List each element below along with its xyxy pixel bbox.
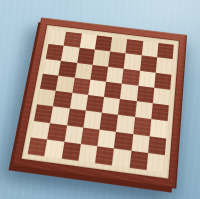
board-margin — [21, 25, 178, 179]
square-h1[interactable] — [146, 153, 165, 173]
board-grid — [28, 30, 174, 173]
photo-scene — [0, 0, 200, 199]
square-g1[interactable] — [129, 150, 148, 170]
chess-board — [11, 17, 187, 188]
square-f1[interactable] — [112, 148, 131, 168]
square-e1[interactable] — [95, 146, 114, 166]
